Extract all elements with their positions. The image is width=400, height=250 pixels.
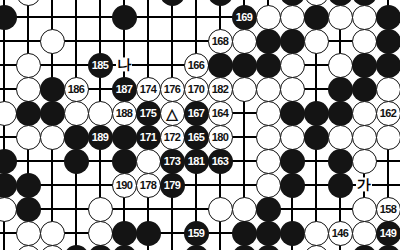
black-stone bbox=[304, 101, 329, 126]
black-stone bbox=[256, 197, 281, 222]
white-stone bbox=[328, 53, 353, 78]
white-stone bbox=[256, 173, 281, 198]
white-stone bbox=[256, 125, 281, 150]
white-stone-188: 188 bbox=[112, 101, 137, 126]
black-stone bbox=[208, 0, 233, 6]
white-stone bbox=[376, 77, 400, 102]
black-stone-181: 181 bbox=[184, 149, 209, 174]
black-stone bbox=[232, 221, 257, 246]
black-stone bbox=[328, 173, 353, 198]
white-stone-182: 182 bbox=[208, 77, 233, 102]
black-stone bbox=[280, 29, 305, 54]
point-label-가: 가 bbox=[356, 177, 372, 191]
black-stone bbox=[304, 125, 329, 150]
white-stone-174: 174 bbox=[136, 77, 161, 102]
white-stone bbox=[328, 5, 353, 30]
point-label-나: 나 bbox=[116, 57, 132, 71]
white-stone bbox=[352, 197, 377, 222]
grid-line-horizontal bbox=[0, 208, 400, 209]
black-stone-167: 167 bbox=[184, 101, 209, 126]
black-stone bbox=[256, 29, 281, 54]
white-stone-166: 166 bbox=[184, 53, 209, 78]
white-stone-162: 162 bbox=[376, 101, 400, 126]
white-stone bbox=[232, 197, 257, 222]
black-stone-189: 189 bbox=[88, 125, 113, 150]
white-stone bbox=[16, 221, 41, 246]
white-stone-180: 180 bbox=[208, 125, 233, 150]
white-stone bbox=[232, 29, 257, 54]
black-stone bbox=[112, 149, 137, 174]
white-stone bbox=[0, 197, 17, 222]
black-stone bbox=[328, 149, 353, 174]
black-stone bbox=[376, 245, 400, 250]
white-stone bbox=[352, 5, 377, 30]
white-stone bbox=[328, 125, 353, 150]
black-stone bbox=[40, 77, 65, 102]
black-stone bbox=[40, 101, 65, 126]
white-stone bbox=[352, 221, 377, 246]
black-stone bbox=[112, 125, 137, 150]
black-stone bbox=[256, 245, 281, 250]
white-stone bbox=[352, 29, 377, 54]
black-stone bbox=[16, 173, 41, 198]
triangle-mark-icon: △ bbox=[166, 105, 178, 120]
white-stone-176: 176 bbox=[160, 77, 185, 102]
white-stone-158: 158 bbox=[376, 197, 400, 222]
black-stone bbox=[64, 125, 89, 150]
white-stone bbox=[0, 101, 17, 126]
black-stone bbox=[256, 53, 281, 78]
black-stone bbox=[232, 245, 257, 250]
black-stone bbox=[112, 221, 137, 246]
black-stone bbox=[328, 101, 353, 126]
black-stone bbox=[232, 53, 257, 78]
white-stone bbox=[256, 5, 281, 30]
black-stone-173: 173 bbox=[160, 149, 185, 174]
white-stone bbox=[256, 149, 281, 174]
black-stone bbox=[0, 173, 17, 198]
black-stone bbox=[0, 5, 17, 30]
white-stone-170: 170 bbox=[184, 77, 209, 102]
white-stone bbox=[40, 29, 65, 54]
white-stone bbox=[376, 125, 400, 150]
black-stone bbox=[280, 173, 305, 198]
white-stone bbox=[16, 245, 41, 250]
black-stone bbox=[376, 53, 400, 78]
white-stone-186: 186 bbox=[64, 77, 89, 102]
white-stone-168: 168 bbox=[208, 29, 233, 54]
black-stone bbox=[64, 245, 89, 250]
white-stone bbox=[304, 221, 329, 246]
white-stone bbox=[352, 101, 377, 126]
white-stone bbox=[88, 197, 113, 222]
white-stone bbox=[304, 245, 329, 250]
black-stone bbox=[136, 221, 161, 246]
white-stone bbox=[40, 245, 65, 250]
white-stone bbox=[280, 77, 305, 102]
black-stone bbox=[352, 53, 377, 78]
black-stone-159: 159 bbox=[184, 221, 209, 246]
white-stone-172: 172 bbox=[160, 125, 185, 150]
black-stone-165: 165 bbox=[184, 125, 209, 150]
white-stone bbox=[256, 101, 281, 126]
black-stone bbox=[160, 0, 185, 6]
black-stone bbox=[208, 53, 233, 78]
black-stone bbox=[304, 5, 329, 30]
black-stone-185: 185 bbox=[88, 53, 113, 78]
black-stone bbox=[376, 29, 400, 54]
white-stone bbox=[232, 77, 257, 102]
white-stone bbox=[256, 77, 281, 102]
white-stone bbox=[40, 221, 65, 246]
black-stone bbox=[256, 221, 281, 246]
black-stone bbox=[112, 245, 137, 250]
white-stone bbox=[280, 5, 305, 30]
white-stone bbox=[136, 149, 161, 174]
black-stone bbox=[16, 197, 41, 222]
black-stone bbox=[280, 221, 305, 246]
white-stone bbox=[280, 125, 305, 150]
black-stone bbox=[280, 149, 305, 174]
white-stone bbox=[208, 197, 233, 222]
white-stone bbox=[16, 0, 41, 6]
black-stone-169: 169 bbox=[232, 5, 257, 30]
white-stone bbox=[16, 53, 41, 78]
black-stone-171: 171 bbox=[136, 125, 161, 150]
white-stone bbox=[352, 149, 377, 174]
black-stone bbox=[64, 149, 89, 174]
white-stone bbox=[88, 101, 113, 126]
white-stone bbox=[40, 125, 65, 150]
black-stone-163: 163 bbox=[208, 149, 233, 174]
black-stone bbox=[16, 101, 41, 126]
white-stone bbox=[352, 125, 377, 150]
black-stone bbox=[376, 5, 400, 30]
white-stone bbox=[280, 53, 305, 78]
go-board: 169168185166186187174176170182188175△167… bbox=[0, 0, 400, 250]
black-stone bbox=[88, 245, 113, 250]
black-stone bbox=[328, 77, 353, 102]
black-stone-179: 179 bbox=[160, 173, 185, 198]
white-stone bbox=[64, 101, 89, 126]
black-stone-187: 187 bbox=[112, 77, 137, 102]
black-stone-175: 175 bbox=[136, 101, 161, 126]
black-stone bbox=[352, 245, 377, 250]
white-stone bbox=[88, 221, 113, 246]
black-stone bbox=[280, 101, 305, 126]
black-stone-149: 149 bbox=[376, 221, 400, 246]
white-stone-146: 146 bbox=[328, 221, 353, 246]
white-stone-178: 178 bbox=[136, 173, 161, 198]
black-stone bbox=[0, 149, 17, 174]
black-stone bbox=[352, 77, 377, 102]
black-stone bbox=[112, 5, 137, 30]
white-stone bbox=[16, 77, 41, 102]
white-stone-164: 164 bbox=[208, 101, 233, 126]
white-stone bbox=[16, 125, 41, 150]
white-stone bbox=[304, 29, 329, 54]
black-stone bbox=[184, 245, 209, 250]
white-stone: △ bbox=[160, 101, 185, 126]
white-stone-190: 190 bbox=[112, 173, 137, 198]
